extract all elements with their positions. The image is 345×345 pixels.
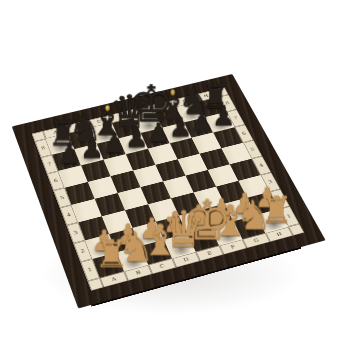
black-pawn: ♟ bbox=[57, 141, 81, 168]
black-pawn: ♟ bbox=[169, 114, 193, 140]
black-pawn: ♟ bbox=[147, 119, 171, 145]
black-pawn: ♟ bbox=[190, 108, 214, 134]
square-e5 bbox=[155, 159, 185, 181]
chess-set-photo: ABCDEFGH8♜♞♝♛♚♝♞♜87♟♟♟♟♟♟♟♟7665544332♟♟♟… bbox=[0, 0, 345, 345]
black-pawn: ♟ bbox=[125, 124, 149, 151]
black-pawn: ♟ bbox=[102, 130, 126, 157]
brass-tip-icon bbox=[105, 105, 109, 111]
black-pawn: ♟ bbox=[212, 103, 235, 129]
black-pawn: ♟ bbox=[80, 135, 104, 162]
white-rook: ♜ bbox=[95, 236, 129, 274]
